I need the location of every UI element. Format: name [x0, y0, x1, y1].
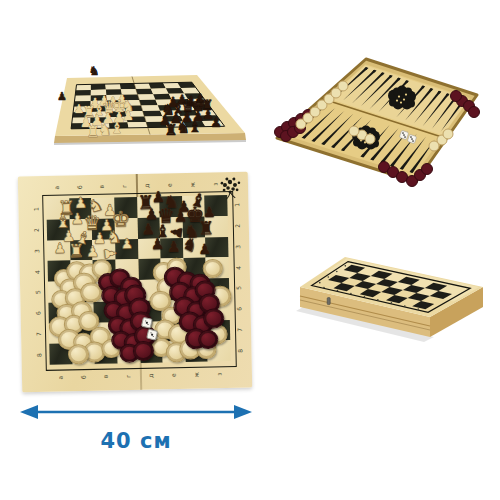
coordinate-mark: [337, 290, 339, 292]
red-checker: [469, 107, 480, 118]
coordinate-label: 6: [237, 307, 243, 311]
coordinate-mark: [350, 293, 352, 295]
light-checker: [349, 126, 359, 136]
dark-chess-piece: ♟: [57, 90, 67, 103]
point-ornament: [342, 148, 345, 151]
point-ornament: [391, 164, 394, 167]
open-backgammon-view: [266, 40, 498, 192]
dimension-arrow: [16, 400, 256, 424]
emblem-dot: [223, 189, 226, 192]
medallion-blob: [393, 88, 401, 96]
board-square: [149, 83, 166, 89]
die-pip: [147, 324, 149, 326]
dark-chess-piece: ♝: [188, 118, 201, 136]
red-checker: [397, 172, 408, 183]
dark-chess-piece: ♟: [198, 241, 211, 255]
light-chess-piece: ♟: [120, 236, 133, 250]
emblem-dot: [226, 186, 230, 190]
medallion-speckle: [398, 95, 400, 97]
emblem-dot: [221, 182, 224, 185]
emblem-dot: [233, 183, 237, 187]
light-checker: [365, 134, 375, 144]
emblem-dot: [238, 181, 241, 184]
coordinate-label: а: [58, 376, 64, 380]
board-square: [138, 94, 156, 100]
arrow-head-right: [234, 405, 252, 419]
coordinate-label: 8: [237, 348, 243, 352]
coordinate-mark: [345, 265, 347, 267]
coordinate-label: е: [166, 183, 172, 187]
red-checker: [133, 341, 154, 361]
coordinate-label: 1: [33, 207, 39, 211]
coordinate-mark: [404, 305, 406, 307]
point-ornament: [438, 91, 441, 94]
clasp-icon: [327, 298, 330, 305]
coordinate-label: 8: [36, 353, 42, 357]
medallion-speckle: [403, 98, 405, 100]
coordinate-label: а: [54, 186, 60, 190]
coordinate-label: б: [81, 375, 87, 379]
medallion-blob: [389, 99, 397, 107]
board-square: [120, 84, 136, 90]
coordinate-label: ж: [190, 182, 196, 188]
coordinate-label: 2: [235, 224, 241, 228]
board-square: [91, 84, 106, 90]
pieces-layer: ♜♟♞♟♝♟♛♟♚♟♝♟♞♜♟♟♟♟♜♟♞♟♝♟♛♟♚♟♟♝♟♞♜♟♟♞♟: [46, 195, 230, 365]
point-ornament: [372, 157, 375, 160]
arrow-head-left: [20, 405, 38, 419]
red-checker: [422, 164, 433, 175]
coordinate-label: 6: [36, 311, 42, 315]
backgammon-board: [266, 40, 498, 192]
coordinate-label: г: [125, 375, 131, 378]
point-ornament: [405, 81, 408, 84]
overhead-board-view: 12345678 12345678 абвгдежз абвгдежз ♜♟♞♟…: [18, 172, 252, 392]
medallion-speckle: [396, 99, 398, 101]
coordinate-mark: [417, 308, 419, 310]
medallion-blob: [407, 100, 415, 108]
coordinate-label: 7: [36, 332, 42, 336]
point-ornament: [332, 145, 335, 148]
dark-chess-piece: ♟: [151, 237, 165, 252]
point-ornament: [303, 136, 306, 139]
angled-chess-board: ♟♟♟♟♜♝♛♚♞♟♟♟♟♟♜♞♝♟♟♟♟♟♞♝♛♚♜♟♟♟♟♟♜♞♝♟♞♟: [32, 48, 252, 164]
point-ornament: [446, 94, 449, 97]
light-chess-piece: ♜: [68, 242, 85, 260]
coordinate-label: з: [217, 373, 223, 376]
board-square: [141, 105, 160, 111]
point-ornament: [323, 142, 326, 145]
coordinate-label: 4: [35, 270, 41, 274]
point-ornament: [389, 75, 392, 78]
dark-chess-piece: ♟: [167, 240, 181, 255]
emblem-dot: [225, 178, 228, 181]
open-chess-angled-view: ♟♟♟♟♜♝♛♚♞♟♟♟♟♟♜♞♝♟♟♟♟♟♞♝♛♚♜♟♟♟♟♟♜♞♝♟♞♟: [32, 48, 252, 164]
light-chess-piece: ♟: [122, 108, 134, 123]
emblem-stem: [226, 192, 235, 199]
point-ornament: [397, 78, 400, 81]
red-checker: [203, 308, 224, 328]
coordinate-label: 2: [34, 228, 40, 232]
coordinate-label: 3: [34, 249, 40, 253]
coordinate-mark: [323, 287, 325, 289]
point-ornament: [373, 70, 376, 73]
coordinate-label: 1: [234, 203, 240, 207]
folded-box: [280, 240, 495, 365]
coordinate-mark: [336, 271, 338, 273]
emblem-dot: [231, 187, 235, 191]
coordinate-label: д: [144, 184, 150, 188]
light-chess-piece: ♟: [74, 102, 85, 116]
coordinate-mark: [391, 302, 393, 304]
light-chess-piece: ♝: [110, 119, 123, 137]
board-square: [136, 89, 153, 95]
board-square: [105, 84, 121, 90]
medallion-speckle: [400, 101, 402, 103]
coordinate-label: 3: [235, 245, 241, 249]
die-pip: [153, 335, 155, 337]
light-checker: [443, 129, 453, 139]
folded-box-view: [280, 240, 495, 365]
board-square: [139, 100, 158, 106]
coordinate-mark: [319, 282, 321, 284]
emblem-dot: [236, 188, 239, 191]
coordinate-label: е: [170, 373, 176, 377]
dimension-label: 40 см: [16, 429, 256, 453]
point-ornament: [313, 139, 316, 142]
light-checker: [338, 81, 348, 91]
dark-chess-piece: ♟: [210, 115, 222, 130]
light-chess-piece: ♟: [54, 241, 67, 255]
dark-chess-piece: ♜: [198, 219, 215, 237]
coordinate-label: 4: [236, 265, 242, 269]
coordinates-right: 12345678: [232, 195, 245, 361]
product-image: ♟♟♟♟♜♝♛♚♞♟♟♟♟♟♜♞♝♟♟♟♟♟♞♝♛♚♜♟♟♟♟♟♜♞♝♟♞♟ 1…: [0, 0, 500, 500]
emblem-dot: [223, 183, 227, 187]
point-ornament: [430, 88, 433, 91]
dark-chess-piece: ♞: [89, 64, 100, 78]
board-square: [76, 84, 91, 90]
coordinate-label: в: [99, 185, 105, 189]
coordinate-label: в: [103, 375, 109, 379]
coordinate-label: б: [77, 185, 83, 189]
coordinates-bottom: абвгдежз: [50, 369, 231, 383]
coordinate-mark: [377, 299, 379, 301]
medallion-speckle: [405, 93, 407, 95]
coordinate-label: 5: [236, 286, 242, 290]
point-ornament: [365, 67, 368, 70]
emblem-dot: [228, 180, 232, 184]
point-ornament: [381, 73, 384, 76]
coordinate-label: 7: [237, 328, 243, 332]
point-ornament: [401, 167, 404, 170]
coordinate-label: д: [148, 374, 154, 378]
board-square: [134, 83, 151, 89]
light-chess-piece: ♟: [86, 245, 100, 260]
coordinate-label: 5: [35, 290, 41, 294]
coordinate-mark: [327, 276, 329, 278]
chess-board-panel: 12345678 12345678 абвгдежз абвгдежз ♜♟♞♟…: [18, 172, 252, 393]
coordinate-label: ж: [194, 372, 200, 378]
point-ornament: [422, 86, 425, 89]
red-checker: [451, 91, 462, 102]
dimension-annotation: 40 см: [16, 400, 256, 456]
coordinate-label: г: [121, 185, 127, 188]
point-ornament: [411, 170, 414, 173]
coordinate-mark: [364, 296, 366, 298]
light-checker: [68, 344, 89, 364]
emblem-dot: [232, 177, 235, 180]
point-ornament: [362, 154, 365, 157]
